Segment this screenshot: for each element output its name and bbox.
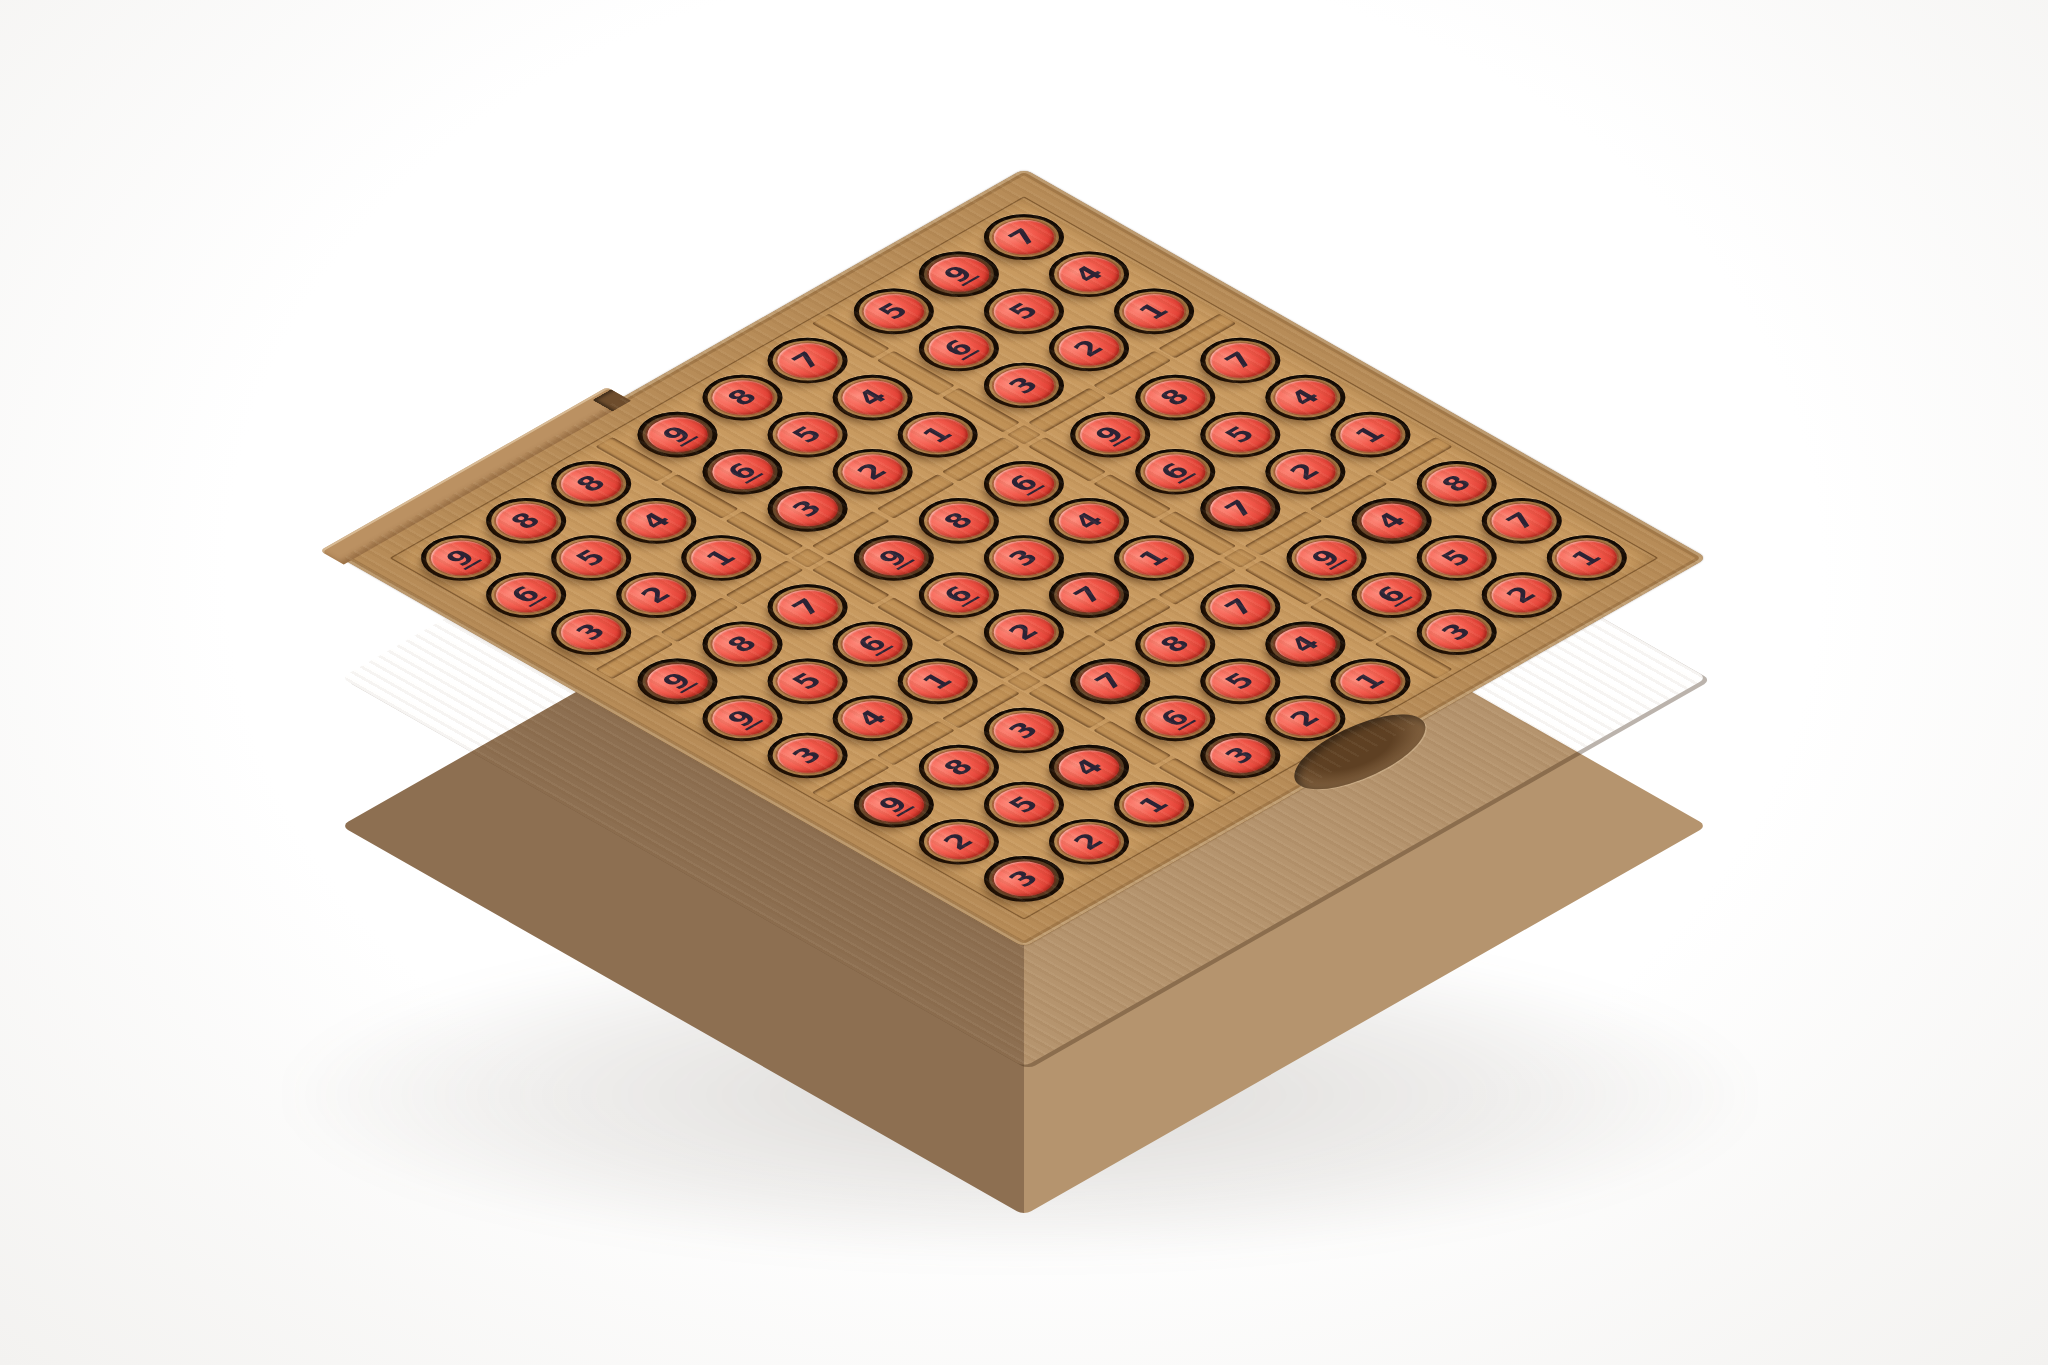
peg-digit: 8	[505, 509, 546, 532]
peg-digit: 4	[1068, 262, 1109, 285]
peg-digit: 5	[873, 299, 914, 322]
peg-digit: 9	[873, 546, 914, 569]
peg-digit: 9	[938, 262, 979, 285]
peg-cap: 9	[701, 695, 785, 743]
peg-cap: 2	[982, 608, 1066, 656]
peg-cap: 7	[1480, 497, 1564, 545]
peg-cap: 6	[1350, 571, 1434, 619]
peg-cap: 4	[831, 374, 915, 422]
peg-cap: 1	[1112, 781, 1196, 829]
peg-digit: 3	[1003, 718, 1044, 741]
peg-cap: 9	[636, 658, 720, 706]
peg-cap: 6	[917, 571, 1001, 619]
peg-digit: 9	[656, 423, 697, 446]
peg-cap: 8	[1134, 620, 1218, 668]
peg-cap: 9	[636, 411, 720, 459]
peg-digit: 4	[1068, 509, 1109, 532]
peg-digit: 5	[1219, 423, 1260, 446]
peg-cap: 1	[896, 658, 980, 706]
peg-cap: 3	[982, 362, 1066, 410]
peg-cap: 7	[1199, 337, 1283, 385]
peg-digit: 4	[1284, 632, 1325, 655]
peg-digit: 6	[938, 583, 979, 606]
peg-cap: 8	[917, 744, 1001, 792]
peg-digit: 2	[938, 830, 979, 853]
peg-digit: 5	[1003, 793, 1044, 816]
peg-cap: 7	[1068, 658, 1152, 706]
peg-digit: 8	[1436, 472, 1477, 495]
peg-digit: 2	[1068, 336, 1109, 359]
peg-cap: 6	[1134, 695, 1218, 743]
peg-digit: 1	[1349, 669, 1390, 692]
peg-cap: 4	[614, 497, 698, 545]
peg-cap: 2	[614, 571, 698, 619]
peg-digit: 8	[1154, 632, 1195, 655]
peg-cap: 8	[701, 374, 785, 422]
peg-digit: 9	[656, 669, 697, 692]
peg-cap: 4	[1047, 497, 1131, 545]
peg-digit: 7	[1219, 595, 1260, 618]
peg-digit: 2	[852, 460, 893, 483]
peg-digit: 7	[1068, 583, 1109, 606]
peg-digit: 6	[1154, 460, 1195, 483]
peg-digit: 1	[700, 546, 741, 569]
peg-cap: 3	[766, 732, 850, 780]
peg-digit: 6	[852, 632, 893, 655]
peg-cap: 1	[1329, 658, 1413, 706]
peg-cap: 2	[1047, 325, 1131, 373]
peg-digit: 8	[721, 632, 762, 655]
peg-digit: 4	[635, 509, 676, 532]
peg-cap: 2	[831, 448, 915, 496]
peg-digit: 4	[852, 386, 893, 409]
peg-digit: 7	[1003, 225, 1044, 248]
peg-digit: 9	[1306, 546, 1347, 569]
peg-digit: 7	[1089, 669, 1130, 692]
peg-cap: 9	[1068, 411, 1152, 459]
peg-digit: 1	[1133, 793, 1174, 816]
peg-cap: 4	[1264, 620, 1348, 668]
peg-cap: 3	[1199, 732, 1283, 780]
peg-digit: 6	[1371, 583, 1412, 606]
peg-cap: 4	[1047, 250, 1131, 298]
peg-cap: 6	[701, 448, 785, 496]
peg-digit: 7	[787, 348, 828, 371]
peg-cap: 4	[831, 695, 915, 743]
peg-cap: 7	[766, 583, 850, 631]
peg-cap: 4	[1264, 374, 1348, 422]
peg-cap: 4	[1047, 744, 1131, 792]
peg-digit: 9	[873, 793, 914, 816]
peg-digit: 6	[1154, 706, 1195, 729]
peg-cap: 8	[484, 497, 568, 545]
peg-digit: 7	[787, 595, 828, 618]
peg-cap: 1	[1112, 534, 1196, 582]
peg-cap: 3	[982, 855, 1066, 903]
peg-cap: 8	[1415, 460, 1499, 508]
peg-digit: 2	[1284, 460, 1325, 483]
peg-cap: 3	[982, 707, 1066, 755]
peg-cap: 7	[1047, 571, 1131, 619]
peg-cap: 6	[917, 325, 1001, 373]
peg-cap: 8	[701, 620, 785, 668]
peg-cap: 8	[917, 497, 1001, 545]
peg-digit: 1	[1133, 546, 1174, 569]
peg-digit: 9	[440, 546, 481, 569]
peg-digit: 8	[938, 509, 979, 532]
peg-digit: 5	[1219, 669, 1260, 692]
peg-digit: 3	[1003, 546, 1044, 569]
sudoku-box-scene: 9889875976546546543213213219879869879566…	[541, 283, 1507, 834]
peg-digit: 8	[570, 472, 611, 495]
peg-digit: 7	[1219, 348, 1260, 371]
peg-digit: 6	[721, 460, 762, 483]
peg-cap: 6	[484, 571, 568, 619]
peg-cap: 5	[549, 534, 633, 582]
peg-cap: 9	[419, 534, 503, 582]
peg-cap: 4	[1350, 497, 1434, 545]
peg-digit: 1	[917, 669, 958, 692]
peg-digit: 5	[1003, 299, 1044, 322]
peg-digit: 6	[938, 336, 979, 359]
peg-digit: 7	[1501, 509, 1542, 532]
peg-digit: 1	[917, 423, 958, 446]
peg-digit: 2	[1501, 583, 1542, 606]
peg-cap: 1	[1545, 534, 1629, 582]
peg-digit: 4	[852, 706, 893, 729]
peg-digit: 3	[1003, 373, 1044, 396]
peg-digit: 9	[1089, 423, 1130, 446]
peg-cap: 6	[982, 460, 1066, 508]
peg-cap: 3	[549, 608, 633, 656]
peg-cap: 3	[766, 485, 850, 533]
peg-cap: 2	[1480, 571, 1564, 619]
peg-cap: 9	[917, 250, 1001, 298]
peg-digit: 2	[1284, 706, 1325, 729]
lid-pull-notch	[592, 390, 630, 412]
peg-cap: 1	[680, 534, 764, 582]
peg-cap: 9	[852, 534, 936, 582]
peg-cap: 1	[1329, 411, 1413, 459]
peg-digit: 3	[1219, 743, 1260, 766]
peg-digit: 8	[938, 756, 979, 779]
peg-digit: 3	[787, 497, 828, 520]
peg-cap: 7	[766, 337, 850, 385]
peg-digit: 6	[1003, 472, 1044, 495]
peg-cap: 5	[852, 288, 936, 336]
peg-cap: 7	[1199, 485, 1283, 533]
peg-cap: 6	[831, 620, 915, 668]
peg-digit: 1	[1566, 546, 1607, 569]
peg-digit: 2	[635, 583, 676, 606]
peg-cap: 5	[766, 658, 850, 706]
peg-cap: 7	[1199, 583, 1283, 631]
peg-cap: 2	[917, 818, 1001, 866]
peg-cap: 3	[982, 534, 1066, 582]
peg-digit: 1	[1133, 299, 1174, 322]
peg-cap: 9	[852, 781, 936, 829]
peg-cap: 5	[982, 288, 1066, 336]
peg-cap: 2	[1047, 818, 1131, 866]
peg-digit: 3	[1436, 620, 1477, 643]
peg-digit: 2	[1003, 620, 1044, 643]
peg-cap: 5	[1199, 411, 1283, 459]
peg-digit: 8	[721, 386, 762, 409]
peg-cap: 5	[1415, 534, 1499, 582]
peg-digit: 5	[787, 423, 828, 446]
peg-digit: 4	[1284, 386, 1325, 409]
peg-digit: 3	[1003, 867, 1044, 890]
peg-cap: 1	[896, 411, 980, 459]
peg-cap: 2	[1264, 448, 1348, 496]
peg-digit: 6	[505, 583, 546, 606]
peg-digit: 1	[1349, 423, 1390, 446]
peg-digit: 4	[1068, 756, 1109, 779]
peg-digit: 3	[570, 620, 611, 643]
peg-digit: 5	[787, 669, 828, 692]
peg-digit: 8	[1154, 386, 1195, 409]
peg-cap: 7	[982, 213, 1066, 261]
peg-digit: 4	[1371, 509, 1412, 532]
peg-cap: 3	[1415, 608, 1499, 656]
peg-cap: 6	[1134, 448, 1218, 496]
peg-digit: 5	[1436, 546, 1477, 569]
peg-cap: 8	[549, 460, 633, 508]
peg-digit: 2	[1068, 830, 1109, 853]
peg-digit: 7	[1219, 497, 1260, 520]
peg-digit: 3	[787, 743, 828, 766]
peg-cap: 1	[1112, 288, 1196, 336]
peg-cap: 5	[1199, 658, 1283, 706]
peg-digit: 9	[721, 706, 762, 729]
peg-cap: 9	[1285, 534, 1369, 582]
page-background: 9889875976546546543213213219879869879566…	[0, 0, 2048, 1365]
peg-cap: 5	[766, 411, 850, 459]
peg-cap: 8	[1134, 374, 1218, 422]
peg-digit: 5	[570, 546, 611, 569]
peg-cap: 5	[982, 781, 1066, 829]
